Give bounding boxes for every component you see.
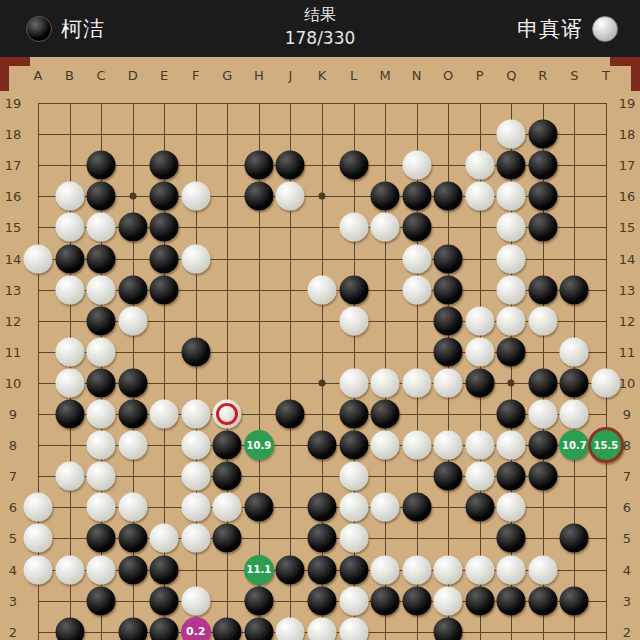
go-board[interactable]: ABCDEFGHJKLMNOPQRST191918181717161615151…	[0, 57, 640, 640]
stone-black	[339, 275, 368, 304]
top-bar: 柯洁 结果 178/330 申真谞	[0, 0, 640, 57]
coord-row-label-left: 19	[5, 96, 22, 111]
stone-black	[371, 400, 400, 429]
coord-row-label-left: 11	[5, 344, 22, 359]
stone-white	[434, 586, 463, 615]
stone-white	[276, 617, 305, 640]
coord-row-label-left: 13	[5, 282, 22, 297]
stone-white	[560, 400, 589, 429]
stone-white	[24, 524, 53, 553]
coord-row-label-left: 2	[9, 624, 17, 639]
stone-black	[150, 586, 179, 615]
coord-col-label: D	[128, 68, 138, 83]
coord-row-label-left: 15	[5, 220, 22, 235]
stone-white	[339, 213, 368, 242]
stone-black	[528, 462, 557, 491]
coord-row-label-left: 16	[5, 189, 22, 204]
stone-black	[87, 306, 116, 335]
stone-black	[434, 337, 463, 366]
coord-row-label-left: 10	[5, 375, 22, 390]
coord-col-label: B	[65, 68, 74, 83]
stone-white	[371, 493, 400, 522]
stone-black	[402, 213, 431, 242]
stone-white	[181, 524, 210, 553]
last-move-marker	[216, 403, 238, 425]
stone-black	[497, 400, 526, 429]
stone-white	[497, 182, 526, 211]
stone-white	[55, 182, 84, 211]
stone-black	[371, 586, 400, 615]
stone-white	[55, 555, 84, 584]
stone-white	[560, 337, 589, 366]
stone-black	[213, 617, 242, 640]
stone-white	[497, 555, 526, 584]
coord-col-label: G	[222, 68, 232, 83]
stone-black	[55, 617, 84, 640]
coord-row-label-right: 6	[623, 500, 631, 515]
stone-white	[402, 431, 431, 460]
stone-white	[528, 555, 557, 584]
coord-col-label: O	[443, 68, 453, 83]
stone-black	[528, 431, 557, 460]
stone-black	[87, 368, 116, 397]
coord-col-label: M	[379, 68, 390, 83]
stone-white	[339, 524, 368, 553]
grid-vline	[227, 103, 228, 640]
stone-white	[465, 555, 494, 584]
coord-row-label-left: 18	[5, 127, 22, 142]
stone-white	[339, 493, 368, 522]
stone-black	[118, 275, 147, 304]
stone-black	[371, 182, 400, 211]
stone-white	[181, 400, 210, 429]
stone-black	[150, 213, 179, 242]
stone-black	[118, 555, 147, 584]
coord-row-label-right: 15	[619, 220, 636, 235]
stone-black	[181, 337, 210, 366]
coord-row-label-right: 10	[619, 375, 636, 390]
stone-white	[55, 462, 84, 491]
stone-black	[307, 586, 336, 615]
stone-white	[371, 431, 400, 460]
stone-black	[497, 524, 526, 553]
stone-white	[276, 182, 305, 211]
stone-black	[87, 244, 116, 273]
stone-black	[434, 617, 463, 640]
coord-row-label-left: 14	[5, 251, 22, 266]
white-stone-icon	[592, 16, 618, 42]
coord-col-label: A	[34, 68, 43, 83]
stone-black	[150, 151, 179, 180]
stone-white	[213, 493, 242, 522]
stone-white	[371, 213, 400, 242]
stone-black	[528, 368, 557, 397]
coord-col-label: J	[288, 68, 292, 83]
stone-white	[150, 524, 179, 553]
score-badge: 15.5	[588, 427, 624, 463]
stone-black	[150, 617, 179, 640]
stone-black	[150, 555, 179, 584]
stone-black	[528, 120, 557, 149]
coord-row-label-left: 5	[9, 531, 17, 546]
coord-row-label-right: 18	[619, 127, 636, 142]
coord-row-label-left: 12	[5, 313, 22, 328]
stone-white	[402, 368, 431, 397]
stone-white	[402, 275, 431, 304]
coord-row-label-left: 7	[9, 469, 17, 484]
stone-white	[55, 337, 84, 366]
stone-black	[434, 462, 463, 491]
stone-black	[150, 275, 179, 304]
coord-col-label: S	[570, 68, 578, 83]
score-badge: 11.1	[244, 555, 274, 585]
stone-white	[87, 431, 116, 460]
stone-white	[87, 275, 116, 304]
stone-white	[87, 337, 116, 366]
stone-black	[244, 151, 273, 180]
coord-row-label-left: 6	[9, 500, 17, 515]
stone-white	[87, 213, 116, 242]
frame-ornament-left	[0, 57, 30, 91]
stone-black	[402, 586, 431, 615]
stone-black	[497, 151, 526, 180]
coord-row-label-left: 17	[5, 158, 22, 173]
stone-black	[307, 431, 336, 460]
stone-white	[181, 462, 210, 491]
stone-black	[118, 213, 147, 242]
stone-black	[55, 400, 84, 429]
stone-white	[465, 431, 494, 460]
stone-black	[528, 275, 557, 304]
coord-col-label: R	[538, 68, 547, 83]
stone-white	[339, 586, 368, 615]
stone-white	[87, 462, 116, 491]
stone-white	[307, 275, 336, 304]
stone-black	[560, 586, 589, 615]
stone-white	[371, 368, 400, 397]
stone-black	[560, 368, 589, 397]
coord-row-label-right: 16	[619, 189, 636, 204]
coord-col-label: Q	[506, 68, 516, 83]
stone-black	[118, 368, 147, 397]
stone-white	[181, 493, 210, 522]
stone-black	[118, 400, 147, 429]
stone-black	[150, 182, 179, 211]
stone-black	[560, 275, 589, 304]
stone-black	[276, 400, 305, 429]
stone-white	[339, 617, 368, 640]
stone-white	[87, 400, 116, 429]
stone-white	[528, 400, 557, 429]
stone-white	[465, 182, 494, 211]
stone-white	[434, 431, 463, 460]
stone-black	[244, 182, 273, 211]
coord-row-label-right: 9	[623, 407, 631, 422]
coord-col-label: E	[160, 68, 168, 83]
coord-row-label-right: 13	[619, 282, 636, 297]
stone-black	[244, 586, 273, 615]
stone-black	[244, 493, 273, 522]
stone-white	[402, 151, 431, 180]
stone-white	[465, 151, 494, 180]
stone-black	[307, 493, 336, 522]
stone-black	[465, 586, 494, 615]
coord-row-label-right: 8	[623, 438, 631, 453]
stone-black	[434, 182, 463, 211]
coord-col-label: T	[602, 68, 610, 83]
stone-black	[402, 182, 431, 211]
stone-black	[465, 368, 494, 397]
stone-white	[339, 368, 368, 397]
stone-black	[55, 244, 84, 273]
stone-white	[55, 368, 84, 397]
stone-black	[118, 524, 147, 553]
stone-black	[465, 493, 494, 522]
stone-white	[591, 368, 620, 397]
stone-white	[24, 555, 53, 584]
stone-white	[55, 275, 84, 304]
coord-row-label-right: 3	[623, 593, 631, 608]
stone-black	[118, 617, 147, 640]
stone-white	[465, 462, 494, 491]
stone-black	[434, 244, 463, 273]
coord-col-label: L	[350, 68, 357, 83]
stone-white	[55, 213, 84, 242]
coord-row-label-right: 11	[619, 344, 636, 359]
score-badge: 10.7	[559, 430, 589, 460]
stone-white	[181, 182, 210, 211]
go-review-screen: { "game": "go", "header": { "black_playe…	[0, 0, 640, 640]
stone-white	[497, 213, 526, 242]
stone-black	[434, 306, 463, 335]
coord-row-label-right: 12	[619, 313, 636, 328]
stone-white	[434, 368, 463, 397]
stone-black	[87, 586, 116, 615]
coord-row-label-right: 2	[623, 624, 631, 639]
stone-black	[497, 462, 526, 491]
stone-black	[150, 244, 179, 273]
score-badge: 0.2	[181, 617, 211, 640]
coord-row-label-right: 19	[619, 96, 636, 111]
coord-row-label-left: 4	[9, 562, 17, 577]
stone-black	[497, 337, 526, 366]
stone-white	[434, 555, 463, 584]
stone-black	[244, 617, 273, 640]
stone-white	[24, 244, 53, 273]
coord-row-label-right: 17	[619, 158, 636, 173]
stone-black	[339, 151, 368, 180]
coord-col-label: N	[412, 68, 422, 83]
stone-white	[118, 431, 147, 460]
stone-black	[497, 586, 526, 615]
stone-black	[528, 213, 557, 242]
stone-black	[402, 493, 431, 522]
coord-col-label: H	[254, 68, 264, 83]
stone-white	[465, 306, 494, 335]
stone-black	[87, 151, 116, 180]
star-point	[129, 193, 136, 200]
stone-black	[276, 151, 305, 180]
stone-white	[465, 337, 494, 366]
stone-white	[339, 462, 368, 491]
white-player: 申真谞	[517, 0, 618, 57]
stone-white	[497, 306, 526, 335]
stone-black	[213, 462, 242, 491]
stone-black	[560, 524, 589, 553]
stone-white	[497, 493, 526, 522]
coord-row-label-left: 9	[9, 407, 17, 422]
stone-white	[402, 555, 431, 584]
stone-white	[339, 306, 368, 335]
stone-black	[307, 555, 336, 584]
stone-white	[118, 306, 147, 335]
stone-black	[339, 400, 368, 429]
white-player-name: 申真谞	[517, 15, 583, 43]
frame-ornament-right	[610, 57, 640, 91]
stone-white	[528, 306, 557, 335]
stone-white	[497, 120, 526, 149]
stone-white	[497, 431, 526, 460]
stone-white	[402, 244, 431, 273]
stone-white	[24, 493, 53, 522]
stone-white	[181, 586, 210, 615]
stone-black	[528, 151, 557, 180]
stone-white	[118, 493, 147, 522]
coord-col-label: C	[97, 68, 106, 83]
coord-col-label: F	[192, 68, 199, 83]
stone-white	[307, 617, 336, 640]
stone-white	[497, 275, 526, 304]
stone-white	[181, 244, 210, 273]
coord-col-label: K	[318, 68, 327, 83]
stone-black	[307, 524, 336, 553]
stone-black	[213, 431, 242, 460]
stone-black	[87, 524, 116, 553]
stone-black	[213, 524, 242, 553]
stone-white	[87, 493, 116, 522]
stone-black	[528, 182, 557, 211]
coord-row-label-right: 14	[619, 251, 636, 266]
stone-white	[371, 555, 400, 584]
stone-white	[497, 244, 526, 273]
stone-white	[150, 400, 179, 429]
stone-white	[181, 431, 210, 460]
coord-row-label-right: 4	[623, 562, 631, 577]
star-point	[318, 379, 325, 386]
coord-row-label-left: 3	[9, 593, 17, 608]
stone-white	[87, 555, 116, 584]
coord-row-label-right: 5	[623, 531, 631, 546]
stone-black	[87, 182, 116, 211]
stone-black	[276, 555, 305, 584]
stone-black	[528, 586, 557, 615]
stone-black	[339, 555, 368, 584]
star-point	[318, 193, 325, 200]
coord-row-label-right: 7	[623, 469, 631, 484]
stone-black	[339, 431, 368, 460]
stone-black	[434, 275, 463, 304]
score-badge: 10.9	[244, 430, 274, 460]
coord-col-label: P	[476, 68, 484, 83]
star-point	[508, 379, 515, 386]
coord-row-label-left: 8	[9, 438, 17, 453]
